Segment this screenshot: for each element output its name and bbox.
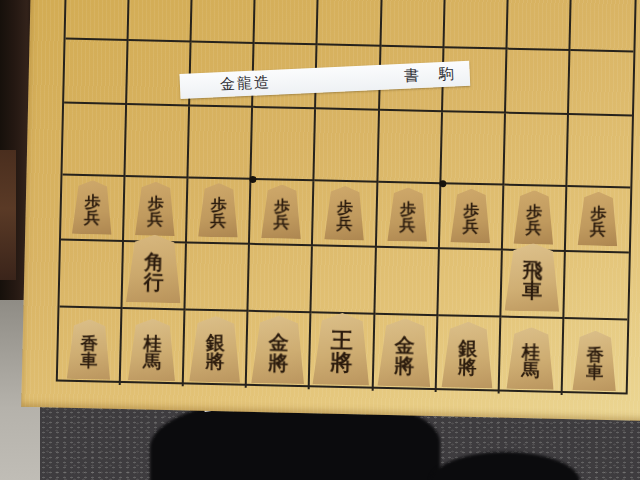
- piece-kanji: 銀將: [205, 332, 225, 371]
- shogi-piece-bishop[interactable]: 角行: [124, 234, 184, 303]
- board-cell[interactable]: 飛車: [501, 251, 566, 319]
- shogi-piece-knight[interactable]: 桂馬: [505, 327, 556, 390]
- board-cell[interactable]: 歩兵: [440, 184, 505, 250]
- board-grid: 歩兵歩兵歩兵歩兵歩兵歩兵歩兵歩兵歩兵角行飛車香車桂馬銀將金將王將金將銀將桂馬香車: [56, 0, 637, 394]
- piece-kanji: 王將: [330, 329, 353, 374]
- piece-kanji: 角行: [143, 251, 164, 292]
- piece-kanji: 飛車: [522, 260, 543, 301]
- shogi-piece-silver[interactable]: 銀將: [188, 315, 243, 382]
- board-cell[interactable]: 銀將: [436, 316, 501, 393]
- shogi-piece-pawn[interactable]: 歩兵: [512, 190, 555, 245]
- piece-kanji: 歩兵: [462, 202, 479, 235]
- shogi-piece-rook[interactable]: 飛車: [503, 243, 563, 312]
- board-cell[interactable]: 歩兵: [124, 177, 189, 243]
- shogi-piece-gold[interactable]: 金將: [376, 318, 434, 387]
- board-cell[interactable]: [66, 0, 131, 41]
- board-cell[interactable]: 桂馬: [499, 318, 564, 395]
- board-cell[interactable]: 歩兵: [313, 181, 378, 247]
- board-cell[interactable]: 香車: [562, 319, 627, 396]
- board-cell[interactable]: 角行: [123, 242, 188, 310]
- piece-kanji: 歩兵: [399, 201, 416, 234]
- board-cell[interactable]: [444, 0, 509, 50]
- board-cell[interactable]: [189, 106, 254, 179]
- board-cell[interactable]: 香車: [58, 308, 123, 385]
- board-cell[interactable]: [504, 114, 569, 187]
- board-cell[interactable]: 歩兵: [250, 180, 315, 246]
- shogi-piece-gold[interactable]: 金將: [250, 315, 308, 384]
- maker-label-script: 書 駒: [404, 65, 455, 86]
- board-cell[interactable]: [318, 0, 383, 47]
- piece-kanji: 歩兵: [526, 204, 543, 237]
- board-cell[interactable]: 金將: [247, 312, 312, 389]
- board-cell[interactable]: 歩兵: [376, 183, 441, 249]
- board-cell[interactable]: [64, 40, 129, 105]
- board-cell[interactable]: [564, 252, 629, 320]
- background-plank: [0, 150, 16, 280]
- piece-kanji: 歩兵: [273, 198, 290, 231]
- shogi-piece-pawn[interactable]: 歩兵: [386, 187, 429, 242]
- shogi-piece-pawn[interactable]: 歩兵: [260, 184, 303, 239]
- board-cell[interactable]: [129, 0, 194, 42]
- shogi-piece-lance[interactable]: 香車: [571, 330, 618, 391]
- piece-kanji: 銀將: [458, 338, 478, 377]
- shogi-piece-pawn[interactable]: 歩兵: [576, 191, 619, 246]
- board-cell[interactable]: [59, 241, 124, 309]
- board-cell[interactable]: [62, 104, 127, 177]
- board-cell[interactable]: [378, 111, 443, 184]
- board-cell[interactable]: [252, 108, 317, 181]
- scene: 歩兵歩兵歩兵歩兵歩兵歩兵歩兵歩兵歩兵角行飛車香車桂馬銀將金將王將金將銀將桂馬香車…: [0, 0, 640, 480]
- piece-kanji: 歩兵: [210, 197, 227, 230]
- board-cell[interactable]: [507, 0, 572, 51]
- board-cell[interactable]: [441, 112, 506, 185]
- piece-kanji: 桂馬: [143, 334, 162, 371]
- shogi-piece-pawn[interactable]: 歩兵: [71, 180, 114, 235]
- board-cell[interactable]: [381, 0, 446, 48]
- board-cell[interactable]: [315, 109, 380, 182]
- board-cell[interactable]: [249, 245, 314, 313]
- maker-label-name: 金龍造: [220, 73, 272, 94]
- shogi-piece-pawn[interactable]: 歩兵: [134, 181, 177, 236]
- piece-kanji: 歩兵: [147, 195, 164, 228]
- board-cell[interactable]: 銀將: [184, 310, 249, 387]
- board-cell[interactable]: 王將: [310, 313, 375, 390]
- shogi-piece-silver[interactable]: 銀將: [440, 321, 495, 388]
- board-cell[interactable]: [570, 0, 635, 52]
- board-cell[interactable]: [569, 51, 634, 116]
- piece-kanji: 香車: [586, 346, 604, 381]
- shogi-piece-pawn[interactable]: 歩兵: [323, 186, 366, 241]
- shogi-piece-king[interactable]: 王將: [311, 312, 373, 385]
- board-cell[interactable]: [506, 50, 571, 115]
- shogi-piece-pawn[interactable]: 歩兵: [449, 188, 492, 243]
- board-cell[interactable]: [567, 115, 632, 188]
- piece-kanji: 歩兵: [590, 205, 607, 238]
- board-cell[interactable]: [186, 243, 251, 311]
- shogi-board: 歩兵歩兵歩兵歩兵歩兵歩兵歩兵歩兵歩兵角行飛車香車桂馬銀將金將王將金將銀將桂馬香車: [21, 0, 640, 421]
- piece-kanji: 金將: [268, 332, 289, 373]
- board-cell[interactable]: 歩兵: [61, 176, 126, 242]
- shogi-piece-lance[interactable]: 香車: [65, 319, 112, 380]
- board-cell[interactable]: [438, 249, 503, 317]
- board-cell[interactable]: 歩兵: [566, 187, 631, 253]
- board-cell[interactable]: [192, 0, 257, 44]
- piece-kanji: 香車: [80, 335, 98, 370]
- board-cell[interactable]: [255, 0, 320, 45]
- piece-kanji: 桂馬: [521, 343, 540, 380]
- board-cell[interactable]: 金將: [373, 315, 438, 392]
- shogi-piece-knight[interactable]: 桂馬: [126, 318, 177, 381]
- piece-kanji: 歩兵: [84, 194, 101, 227]
- board-cell[interactable]: 歩兵: [503, 186, 568, 252]
- piece-kanji: 金將: [394, 335, 415, 376]
- shogi-piece-pawn[interactable]: 歩兵: [197, 183, 240, 238]
- board-cell[interactable]: [312, 246, 377, 314]
- board-cell[interactable]: [375, 248, 440, 316]
- piece-kanji: 歩兵: [336, 199, 353, 232]
- board-cell[interactable]: [126, 105, 191, 178]
- board-cell[interactable]: 歩兵: [187, 178, 252, 244]
- board-cell[interactable]: 桂馬: [121, 309, 186, 386]
